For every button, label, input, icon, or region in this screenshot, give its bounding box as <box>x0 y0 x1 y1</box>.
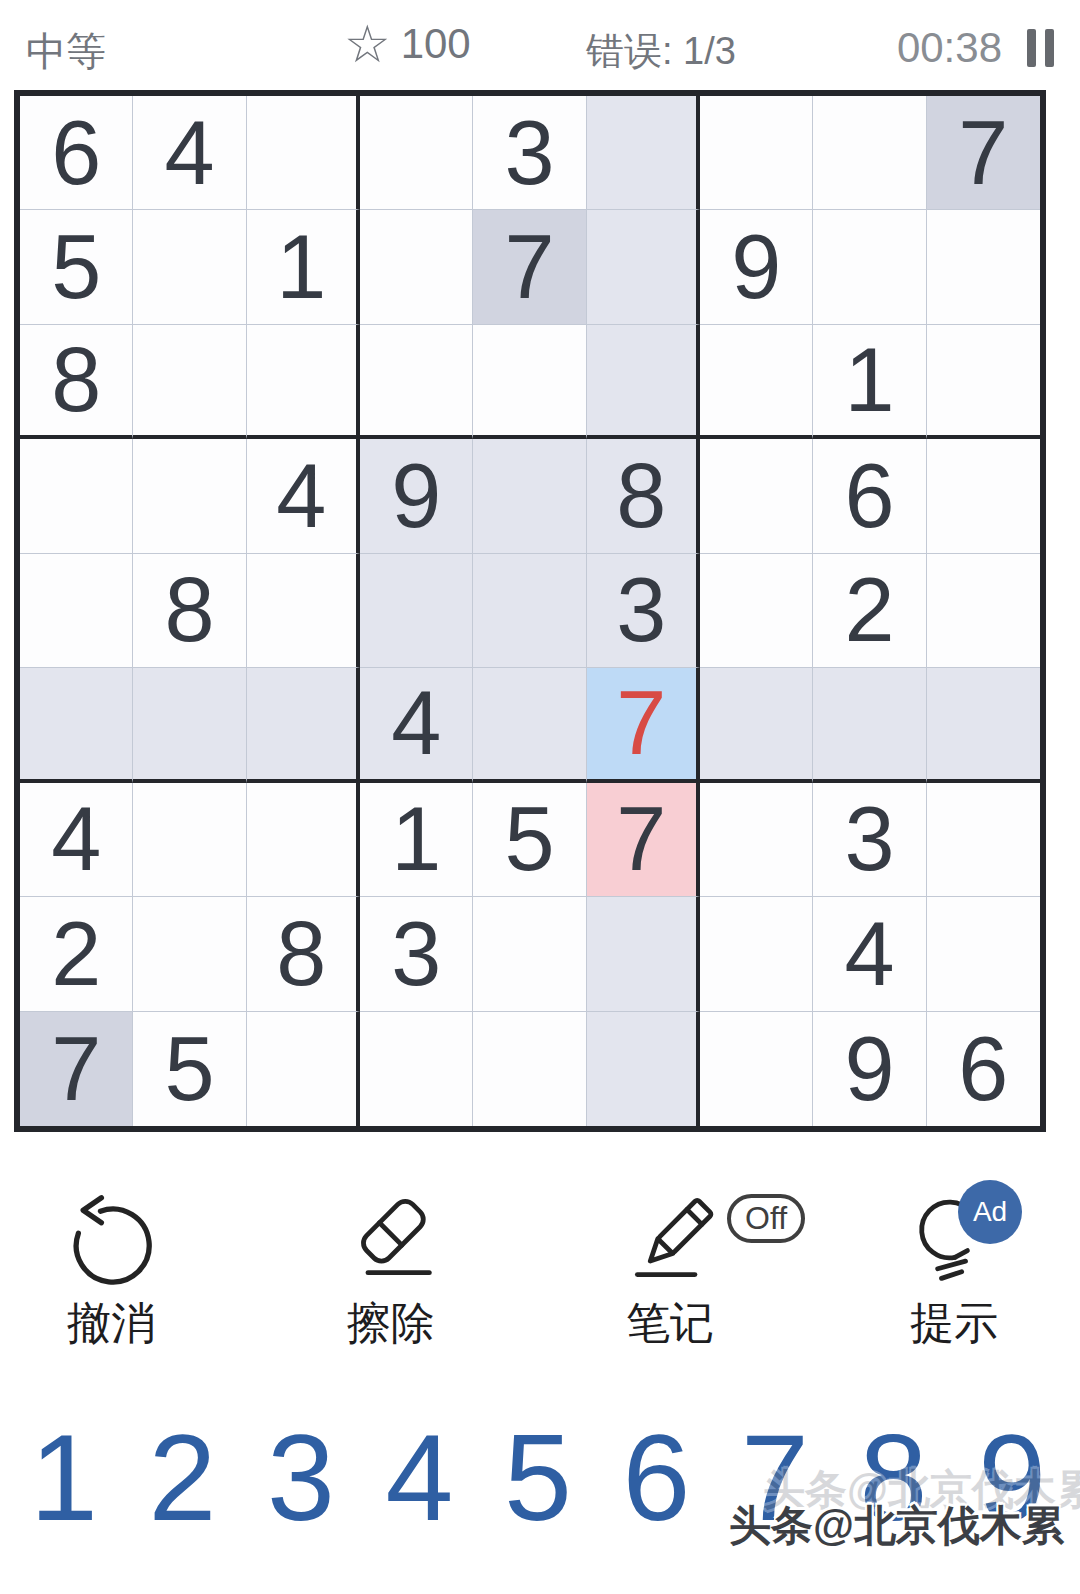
hint-button[interactable]: Ad 提示 <box>864 1192 1044 1353</box>
cell-r5c9[interactable] <box>927 554 1040 668</box>
cell-r8c4[interactable]: 3 <box>360 897 473 1011</box>
cell-r2c5[interactable]: 7 <box>473 210 586 324</box>
cell-r3c9[interactable] <box>927 325 1040 439</box>
cell-r8c8[interactable]: 4 <box>813 897 926 1011</box>
hint-label: 提示 <box>910 1294 998 1353</box>
cell-r6c5[interactable] <box>473 668 586 782</box>
error-counter: 错误: 1/3 <box>586 26 736 77</box>
star-icon: ☆ <box>344 18 391 70</box>
cell-r7c8[interactable]: 3 <box>813 783 926 897</box>
cell-r3c7[interactable] <box>700 325 813 439</box>
cell-r1c6[interactable] <box>587 96 700 210</box>
eraser-icon <box>343 1192 439 1288</box>
cell-r8c6[interactable] <box>587 897 700 1011</box>
cell-r1c1[interactable]: 6 <box>20 96 133 210</box>
cell-r8c1[interactable]: 2 <box>20 897 133 1011</box>
numpad-key-3[interactable]: 3 <box>267 1417 335 1539</box>
cell-r8c9[interactable] <box>927 897 1040 1011</box>
cell-r5c6[interactable]: 3 <box>587 554 700 668</box>
hint-ad-badge: Ad <box>958 1180 1022 1244</box>
top-bar: 中等 ☆ 100 错误: 1/3 00:38 <box>0 0 1080 90</box>
numpad-key-2[interactable]: 2 <box>149 1417 217 1539</box>
notes-off-badge[interactable]: Off <box>727 1194 805 1243</box>
cell-r6c2[interactable] <box>133 668 246 782</box>
cell-r4c5[interactable] <box>473 439 586 553</box>
cell-r2c6[interactable] <box>587 210 700 324</box>
cell-r8c2[interactable] <box>133 897 246 1011</box>
cell-r1c5[interactable]: 3 <box>473 96 586 210</box>
cell-r3c4[interactable] <box>360 325 473 439</box>
erase-button[interactable]: 擦除 <box>306 1192 476 1353</box>
cell-r9c6[interactable] <box>587 1012 700 1126</box>
cell-r6c9[interactable] <box>927 668 1040 782</box>
cell-r2c8[interactable] <box>813 210 926 324</box>
cell-r5c8[interactable]: 2 <box>813 554 926 668</box>
sudoku-board: 64375179814986832474157328347596 <box>14 90 1046 1132</box>
cell-r9c8[interactable]: 9 <box>813 1012 926 1126</box>
pencil-icon <box>622 1192 718 1288</box>
score-display: ☆ 100 <box>344 18 471 70</box>
notes-label: 笔记 <box>626 1294 714 1353</box>
undo-button[interactable]: 撤消 <box>36 1192 186 1353</box>
cell-r1c7[interactable] <box>700 96 813 210</box>
cell-r6c1[interactable] <box>20 668 133 782</box>
cell-r3c3[interactable] <box>247 325 360 439</box>
cell-r8c3[interactable]: 8 <box>247 897 360 1011</box>
notes-button[interactable]: Off 笔记 <box>575 1192 765 1353</box>
cell-r8c5[interactable] <box>473 897 586 1011</box>
notes-erase-label: 擦除 <box>347 1294 435 1353</box>
cell-r7c6[interactable]: 7 <box>587 783 700 897</box>
cell-r5c3[interactable] <box>247 554 360 668</box>
cell-r2c2[interactable] <box>133 210 246 324</box>
cell-r7c1[interactable]: 4 <box>20 783 133 897</box>
cell-r6c4[interactable]: 4 <box>360 668 473 782</box>
cell-r4c4[interactable]: 9 <box>360 439 473 553</box>
cell-r9c4[interactable] <box>360 1012 473 1126</box>
numpad-key-4[interactable]: 4 <box>386 1417 454 1539</box>
cell-r4c3[interactable]: 4 <box>247 439 360 553</box>
cell-r4c2[interactable] <box>133 439 246 553</box>
cell-r1c3[interactable] <box>247 96 360 210</box>
cell-r9c1[interactable]: 7 <box>20 1012 133 1126</box>
cell-r8c7[interactable] <box>700 897 813 1011</box>
undo-label: 撤消 <box>67 1294 155 1353</box>
cell-r3c6[interactable] <box>587 325 700 439</box>
cell-r4c6[interactable]: 8 <box>587 439 700 553</box>
pause-button[interactable] <box>1018 29 1054 67</box>
cell-r9c3[interactable] <box>247 1012 360 1126</box>
cell-r3c1[interactable]: 8 <box>20 325 133 439</box>
cell-r2c1[interactable]: 5 <box>20 210 133 324</box>
cell-r5c4[interactable] <box>360 554 473 668</box>
cell-r5c7[interactable] <box>700 554 813 668</box>
cell-r4c7[interactable] <box>700 439 813 553</box>
cell-r1c4[interactable] <box>360 96 473 210</box>
cell-r3c8[interactable]: 1 <box>813 325 926 439</box>
difficulty-label[interactable]: 中等 <box>26 24 106 79</box>
cell-r5c5[interactable] <box>473 554 586 668</box>
cell-r2c9[interactable] <box>927 210 1040 324</box>
cell-r7c7[interactable] <box>700 783 813 897</box>
cell-r7c2[interactable] <box>133 783 246 897</box>
cell-r2c4[interactable] <box>360 210 473 324</box>
cell-r5c2[interactable]: 8 <box>133 554 246 668</box>
cell-r6c3[interactable] <box>247 668 360 782</box>
cell-r4c9[interactable] <box>927 439 1040 553</box>
cell-r9c9[interactable]: 6 <box>927 1012 1040 1126</box>
cell-r1c8[interactable] <box>813 96 926 210</box>
cell-r1c9[interactable]: 7 <box>927 96 1040 210</box>
toolbar: 撤消 擦除 Off 笔记 <box>0 1192 1080 1372</box>
cell-r2c3[interactable]: 1 <box>247 210 360 324</box>
cell-r7c3[interactable] <box>247 783 360 897</box>
cell-r3c2[interactable] <box>133 325 246 439</box>
cell-r1c2[interactable]: 4 <box>133 96 246 210</box>
numpad-key-6[interactable]: 6 <box>623 1417 691 1539</box>
cell-r5c1[interactable] <box>20 554 133 668</box>
cell-r7c5[interactable]: 5 <box>473 783 586 897</box>
watermark: 头条@北京伐木累 <box>729 1498 1064 1554</box>
cell-r9c2[interactable]: 5 <box>133 1012 246 1126</box>
cell-r7c4[interactable]: 1 <box>360 783 473 897</box>
cell-r3c5[interactable] <box>473 325 586 439</box>
timer: 00:38 <box>897 24 1002 72</box>
undo-icon <box>63 1192 159 1288</box>
cell-r4c1[interactable] <box>20 439 133 553</box>
numpad-key-5[interactable]: 5 <box>504 1417 572 1539</box>
score-value: 100 <box>401 20 471 68</box>
cell-r6c7[interactable] <box>700 668 813 782</box>
cell-r6c6[interactable]: 7 <box>587 668 700 782</box>
cell-r9c5[interactable] <box>473 1012 586 1126</box>
sudoku-app-screen: 中等 ☆ 100 错误: 1/3 00:38 64375179814986832… <box>0 0 1080 1594</box>
cell-r7c9[interactable] <box>927 783 1040 897</box>
cell-r4c8[interactable]: 6 <box>813 439 926 553</box>
cell-r9c7[interactable] <box>700 1012 813 1126</box>
cell-r6c8[interactable] <box>813 668 926 782</box>
numpad-key-1[interactable]: 1 <box>30 1417 98 1539</box>
cell-r2c7[interactable]: 9 <box>700 210 813 324</box>
